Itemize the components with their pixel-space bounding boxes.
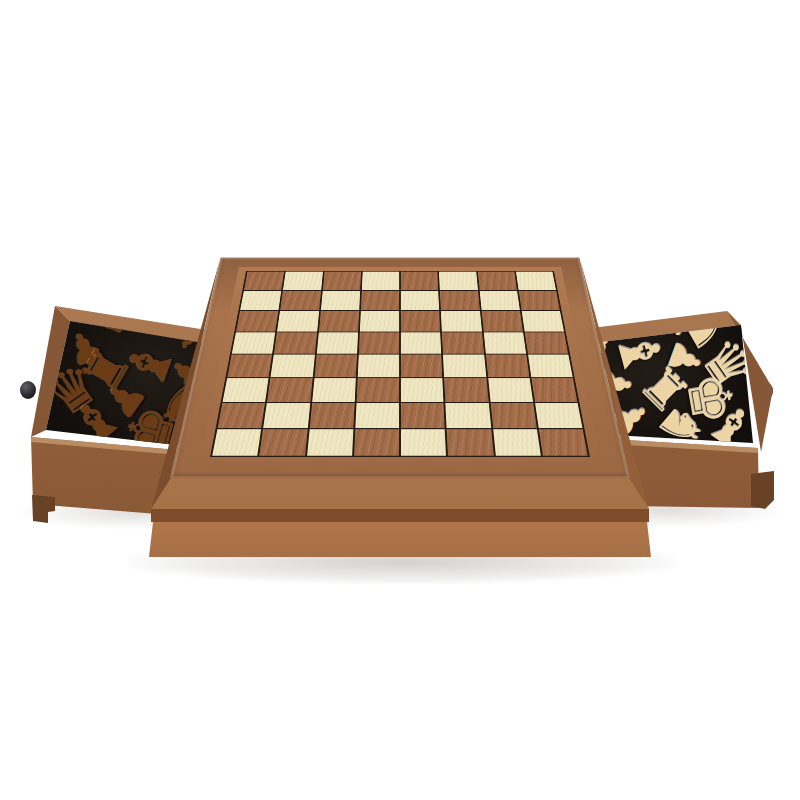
square-a4[interactable] — [227, 355, 272, 378]
left-drawer-knob[interactable] — [20, 381, 36, 399]
square-a5[interactable] — [232, 332, 276, 353]
square-a8[interactable] — [244, 272, 284, 290]
square-g5[interactable] — [483, 332, 526, 353]
square-f8[interactable] — [439, 272, 477, 290]
square-e5[interactable] — [401, 332, 442, 353]
square-b2[interactable] — [263, 403, 309, 428]
square-h3[interactable] — [531, 378, 577, 402]
square-c1[interactable] — [307, 429, 354, 456]
square-h8[interactable] — [516, 272, 556, 290]
square-g8[interactable] — [477, 272, 516, 290]
square-g6[interactable] — [481, 311, 522, 331]
square-f3[interactable] — [444, 378, 488, 402]
square-h1[interactable] — [539, 429, 588, 456]
square-g3[interactable] — [488, 378, 533, 402]
square-g1[interactable] — [493, 429, 541, 456]
square-f2[interactable] — [446, 403, 491, 428]
square-d7[interactable] — [361, 291, 400, 310]
square-g2[interactable] — [490, 403, 536, 428]
square-d2[interactable] — [355, 403, 399, 428]
right-drawer-shadow — [548, 498, 788, 528]
square-e2[interactable] — [401, 403, 445, 428]
board-grid[interactable] — [212, 272, 587, 456]
square-h2[interactable] — [535, 403, 583, 428]
square-h7[interactable] — [519, 291, 560, 310]
square-h4[interactable] — [528, 355, 573, 378]
square-f5[interactable] — [442, 332, 484, 353]
square-b3[interactable] — [267, 378, 312, 402]
square-e4[interactable] — [401, 355, 443, 378]
square-f6[interactable] — [441, 311, 481, 331]
square-c8[interactable] — [322, 272, 360, 290]
square-a1[interactable] — [212, 429, 261, 456]
square-c6[interactable] — [318, 311, 358, 331]
square-a3[interactable] — [223, 378, 269, 402]
left-drawer-shadow — [14, 500, 254, 530]
square-e7[interactable] — [401, 291, 440, 310]
square-c2[interactable] — [309, 403, 354, 428]
square-e3[interactable] — [401, 378, 444, 402]
square-b8[interactable] — [283, 272, 322, 290]
square-d3[interactable] — [356, 378, 399, 402]
square-e1[interactable] — [401, 429, 446, 456]
square-b4[interactable] — [271, 355, 315, 378]
square-d4[interactable] — [358, 355, 400, 378]
square-g7[interactable] — [479, 291, 519, 310]
square-e6[interactable] — [401, 311, 441, 331]
ground-shadow — [128, 544, 676, 584]
square-f1[interactable] — [447, 429, 494, 456]
square-g4[interactable] — [485, 355, 529, 378]
square-f4[interactable] — [443, 355, 486, 378]
square-d5[interactable] — [359, 332, 400, 353]
square-b5[interactable] — [274, 332, 317, 353]
square-c3[interactable] — [312, 378, 356, 402]
square-b1[interactable] — [259, 429, 307, 456]
right-drawer-knob[interactable] — [758, 382, 773, 400]
chess-set-photo: ♞♟♜♟♜♝♟♛♟♞♝♚♟ ♟♜♞♟♝♟♛♟♜♚♟♞♝ — [0, 0, 800, 800]
square-h6[interactable] — [521, 311, 563, 331]
square-f7[interactable] — [440, 291, 479, 310]
square-a2[interactable] — [218, 403, 266, 428]
square-c5[interactable] — [316, 332, 358, 353]
square-d1[interactable] — [354, 429, 399, 456]
square-b6[interactable] — [277, 311, 318, 331]
square-b7[interactable] — [280, 291, 320, 310]
square-a7[interactable] — [240, 291, 281, 310]
square-d6[interactable] — [360, 311, 400, 331]
board-top — [170, 257, 630, 478]
square-c7[interactable] — [320, 291, 359, 310]
square-d8[interactable] — [362, 272, 400, 290]
square-c4[interactable] — [314, 355, 357, 378]
square-h5[interactable] — [525, 332, 569, 353]
square-e8[interactable] — [401, 272, 439, 290]
square-a6[interactable] — [236, 311, 278, 331]
